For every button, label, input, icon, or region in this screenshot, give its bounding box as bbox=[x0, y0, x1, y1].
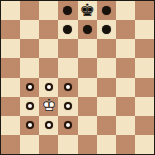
square-b1[interactable] bbox=[20, 135, 39, 154]
white-move-circle bbox=[26, 121, 34, 129]
square-a1[interactable] bbox=[1, 135, 20, 154]
chess-board: ♚♚♔ bbox=[1, 1, 154, 154]
square-a2[interactable] bbox=[1, 116, 20, 135]
square-f3[interactable] bbox=[97, 97, 116, 116]
black-king[interactable]: ♚ bbox=[78, 1, 97, 20]
square-f6[interactable] bbox=[97, 39, 116, 58]
square-g1[interactable] bbox=[116, 135, 135, 154]
square-b5[interactable] bbox=[20, 58, 39, 77]
black-move-dot bbox=[83, 25, 92, 34]
square-g4[interactable] bbox=[116, 78, 135, 97]
black-move-dot bbox=[63, 6, 72, 15]
square-e7[interactable] bbox=[78, 20, 97, 39]
square-h4[interactable] bbox=[135, 78, 154, 97]
square-h8[interactable] bbox=[135, 1, 154, 20]
square-g2[interactable] bbox=[116, 116, 135, 135]
square-d7[interactable] bbox=[58, 20, 77, 39]
square-f8[interactable] bbox=[97, 1, 116, 20]
square-a3[interactable] bbox=[1, 97, 20, 116]
white-move-circle bbox=[64, 121, 72, 129]
square-a5[interactable] bbox=[1, 58, 20, 77]
square-f7[interactable] bbox=[97, 20, 116, 39]
square-g8[interactable] bbox=[116, 1, 135, 20]
square-f2[interactable] bbox=[97, 116, 116, 135]
square-g7[interactable] bbox=[116, 20, 135, 39]
square-h3[interactable] bbox=[135, 97, 154, 116]
black-move-dot bbox=[102, 25, 111, 34]
white-king-outline-glyph: ♔ bbox=[41, 97, 56, 114]
square-c6[interactable] bbox=[39, 39, 58, 58]
square-h1[interactable] bbox=[135, 135, 154, 154]
square-d4[interactable] bbox=[58, 78, 77, 97]
square-e1[interactable] bbox=[78, 135, 97, 154]
square-h2[interactable] bbox=[135, 116, 154, 135]
white-king[interactable]: ♚♔ bbox=[39, 97, 58, 116]
square-b6[interactable] bbox=[20, 39, 39, 58]
square-e8[interactable]: ♚ bbox=[78, 1, 97, 20]
square-b3[interactable] bbox=[20, 97, 39, 116]
square-c7[interactable] bbox=[39, 20, 58, 39]
square-b2[interactable] bbox=[20, 116, 39, 135]
square-d5[interactable] bbox=[58, 58, 77, 77]
square-a6[interactable] bbox=[1, 39, 20, 58]
square-e3[interactable] bbox=[78, 97, 97, 116]
square-h7[interactable] bbox=[135, 20, 154, 39]
square-e5[interactable] bbox=[78, 58, 97, 77]
white-move-circle bbox=[26, 83, 34, 91]
square-a8[interactable] bbox=[1, 1, 20, 20]
black-king-glyph: ♚ bbox=[79, 2, 94, 19]
square-b4[interactable] bbox=[20, 78, 39, 97]
square-b7[interactable] bbox=[20, 20, 39, 39]
square-g3[interactable] bbox=[116, 97, 135, 116]
black-move-dot bbox=[63, 25, 72, 34]
square-d2[interactable] bbox=[58, 116, 77, 135]
white-move-circle bbox=[64, 83, 72, 91]
white-move-circle bbox=[45, 83, 53, 91]
square-a7[interactable] bbox=[1, 20, 20, 39]
square-d3[interactable] bbox=[58, 97, 77, 116]
square-b8[interactable] bbox=[20, 1, 39, 20]
square-c5[interactable] bbox=[39, 58, 58, 77]
square-c4[interactable] bbox=[39, 78, 58, 97]
square-a4[interactable] bbox=[1, 78, 20, 97]
square-d1[interactable] bbox=[58, 135, 77, 154]
white-move-circle bbox=[45, 121, 53, 129]
square-c1[interactable] bbox=[39, 135, 58, 154]
square-c8[interactable] bbox=[39, 1, 58, 20]
square-g6[interactable] bbox=[116, 39, 135, 58]
white-move-circle bbox=[26, 102, 34, 110]
square-f5[interactable] bbox=[97, 58, 116, 77]
square-e2[interactable] bbox=[78, 116, 97, 135]
square-h5[interactable] bbox=[135, 58, 154, 77]
square-d6[interactable] bbox=[58, 39, 77, 58]
square-g5[interactable] bbox=[116, 58, 135, 77]
square-d8[interactable] bbox=[58, 1, 77, 20]
board-frame: ♚♚♔ bbox=[0, 0, 155, 155]
white-move-circle bbox=[64, 102, 72, 110]
square-e6[interactable] bbox=[78, 39, 97, 58]
black-move-dot bbox=[102, 6, 111, 15]
square-f1[interactable] bbox=[97, 135, 116, 154]
square-c3[interactable]: ♚♔ bbox=[39, 97, 58, 116]
square-h6[interactable] bbox=[135, 39, 154, 58]
square-c2[interactable] bbox=[39, 116, 58, 135]
square-e4[interactable] bbox=[78, 78, 97, 97]
square-f4[interactable] bbox=[97, 78, 116, 97]
